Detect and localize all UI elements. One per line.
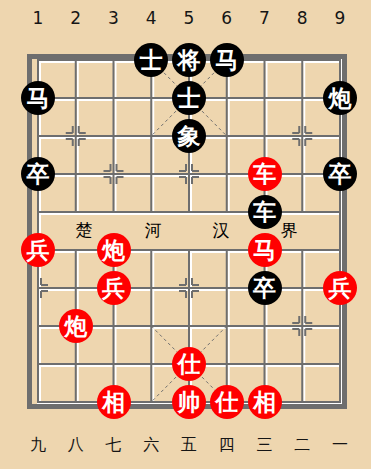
piece-red-炮[interactable]: 炮	[97, 233, 131, 267]
rank-label: 二	[283, 434, 321, 456]
rank-label: 三	[246, 434, 284, 456]
piece-red-相[interactable]: 相	[97, 385, 131, 419]
piece-black-车[interactable]: 车	[248, 195, 282, 229]
piece-black-卒[interactable]: 卒	[323, 157, 357, 191]
rank-label: 四	[208, 434, 246, 456]
piece-red-兵[interactable]: 兵	[97, 271, 131, 305]
piece-black-士[interactable]: 士	[134, 43, 168, 77]
piece-red-炮[interactable]: 炮	[59, 309, 93, 343]
pieces-layer: 士将马马士炮象卒车卒车兵炮马兵卒兵炮仕相帅仕相	[19, 41, 359, 421]
piece-black-士[interactable]: 士	[172, 81, 206, 115]
xiangqi-app: 123456789 楚河汉界 士将马马士炮象卒车卒车兵炮马兵卒兵炮仕相帅仕相 九…	[0, 0, 371, 469]
piece-red-马[interactable]: 马	[248, 233, 282, 267]
rank-label: 一	[321, 434, 359, 456]
piece-red-帅[interactable]: 帅	[172, 385, 206, 419]
piece-red-相[interactable]: 相	[248, 385, 282, 419]
piece-black-卒[interactable]: 卒	[248, 271, 282, 305]
bottom-rank-labels: 九八七六五四三二一	[19, 434, 359, 456]
piece-red-兵[interactable]: 兵	[21, 233, 55, 267]
piece-red-兵[interactable]: 兵	[323, 271, 357, 305]
rank-label: 六	[132, 434, 170, 456]
piece-black-象[interactable]: 象	[172, 119, 206, 153]
piece-red-仕[interactable]: 仕	[210, 385, 244, 419]
piece-red-车[interactable]: 车	[248, 157, 282, 191]
piece-black-炮[interactable]: 炮	[323, 81, 357, 115]
piece-black-马[interactable]: 马	[210, 43, 244, 77]
piece-black-将[interactable]: 将	[172, 43, 206, 77]
piece-black-马[interactable]: 马	[21, 81, 55, 115]
piece-red-仕[interactable]: 仕	[172, 347, 206, 381]
rank-label: 五	[170, 434, 208, 456]
rank-label: 七	[95, 434, 133, 456]
piece-black-卒[interactable]: 卒	[21, 157, 55, 191]
rank-label: 八	[57, 434, 95, 456]
rank-label: 九	[19, 434, 57, 456]
